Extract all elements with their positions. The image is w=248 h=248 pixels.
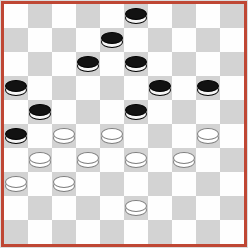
square-r4c0: [4, 100, 28, 124]
square-27[interactable]: [52, 124, 76, 148]
square-r4c6: [148, 100, 172, 124]
white-man[interactable]: [197, 128, 219, 144]
square-7[interactable]: [52, 28, 76, 52]
square-4[interactable]: [172, 4, 196, 28]
square-r1c1: [28, 28, 52, 52]
square-r2c4: [100, 52, 124, 76]
square-r5c5: [124, 124, 148, 148]
square-37[interactable]: [52, 172, 76, 196]
white-man[interactable]: [53, 128, 75, 144]
square-6[interactable]: [4, 28, 28, 52]
board-frame: [0, 0, 248, 248]
square-r9c9: [220, 220, 244, 244]
square-5[interactable]: [220, 4, 244, 28]
square-8[interactable]: [100, 28, 124, 52]
square-22[interactable]: [76, 100, 100, 124]
square-r5c9: [220, 124, 244, 148]
square-1[interactable]: [28, 4, 52, 28]
square-11[interactable]: [28, 52, 52, 76]
square-45[interactable]: [220, 196, 244, 220]
square-r7c9: [220, 172, 244, 196]
square-17[interactable]: [52, 76, 76, 100]
square-r3c7: [172, 76, 196, 100]
square-12[interactable]: [76, 52, 100, 76]
square-r5c7: [172, 124, 196, 148]
square-r7c3: [76, 172, 100, 196]
white-man[interactable]: [173, 152, 195, 168]
square-23[interactable]: [124, 100, 148, 124]
white-man[interactable]: [125, 200, 147, 216]
square-25[interactable]: [220, 100, 244, 124]
square-36[interactable]: [4, 172, 28, 196]
square-r2c2: [52, 52, 76, 76]
black-man[interactable]: [77, 56, 99, 72]
square-r1c5: [124, 28, 148, 52]
white-man[interactable]: [29, 152, 51, 168]
square-r7c5: [124, 172, 148, 196]
square-29[interactable]: [148, 124, 172, 148]
square-r9c3: [76, 220, 100, 244]
square-r4c4: [100, 100, 124, 124]
black-man[interactable]: [5, 128, 27, 144]
square-r1c7: [172, 28, 196, 52]
square-r6c6: [148, 148, 172, 172]
square-47[interactable]: [52, 220, 76, 244]
square-19[interactable]: [148, 76, 172, 100]
square-r4c2: [52, 100, 76, 124]
square-32[interactable]: [76, 148, 100, 172]
square-31[interactable]: [28, 148, 52, 172]
square-15[interactable]: [220, 52, 244, 76]
black-man[interactable]: [5, 80, 27, 96]
black-man[interactable]: [125, 56, 147, 72]
white-man[interactable]: [5, 176, 27, 192]
square-30[interactable]: [196, 124, 220, 148]
square-r5c3: [76, 124, 100, 148]
square-r2c0: [4, 52, 28, 76]
square-3[interactable]: [124, 4, 148, 28]
square-38[interactable]: [100, 172, 124, 196]
square-33[interactable]: [124, 148, 148, 172]
square-r6c0: [4, 148, 28, 172]
white-man[interactable]: [53, 176, 75, 192]
square-r4c8: [196, 100, 220, 124]
square-r0c0: [4, 4, 28, 28]
black-man[interactable]: [29, 104, 51, 120]
square-r6c8: [196, 148, 220, 172]
square-r3c1: [28, 76, 52, 100]
black-man[interactable]: [197, 80, 219, 96]
white-man[interactable]: [125, 152, 147, 168]
square-34[interactable]: [172, 148, 196, 172]
square-r9c7: [172, 220, 196, 244]
square-r8c6: [148, 196, 172, 220]
square-r8c2: [52, 196, 76, 220]
square-r7c1: [28, 172, 52, 196]
square-26[interactable]: [4, 124, 28, 148]
square-50[interactable]: [196, 220, 220, 244]
square-28[interactable]: [100, 124, 124, 148]
square-r1c3: [76, 28, 100, 52]
square-r9c1: [28, 220, 52, 244]
square-r0c8: [196, 4, 220, 28]
square-r1c9: [220, 28, 244, 52]
square-44[interactable]: [172, 196, 196, 220]
white-man[interactable]: [77, 152, 99, 168]
square-9[interactable]: [148, 28, 172, 52]
square-42[interactable]: [76, 196, 100, 220]
square-21[interactable]: [28, 100, 52, 124]
square-49[interactable]: [148, 220, 172, 244]
square-18[interactable]: [100, 76, 124, 100]
square-r5c1: [28, 124, 52, 148]
square-39[interactable]: [148, 172, 172, 196]
white-man[interactable]: [101, 128, 123, 144]
square-14[interactable]: [172, 52, 196, 76]
square-2[interactable]: [76, 4, 100, 28]
square-13[interactable]: [124, 52, 148, 76]
square-r3c5: [124, 76, 148, 100]
square-r8c4: [100, 196, 124, 220]
square-41[interactable]: [28, 196, 52, 220]
draughts-board: [4, 4, 244, 244]
black-man[interactable]: [149, 80, 171, 96]
square-r9c5: [124, 220, 148, 244]
black-man[interactable]: [125, 8, 147, 24]
square-r2c6: [148, 52, 172, 76]
square-r0c2: [52, 4, 76, 28]
black-man[interactable]: [125, 104, 147, 120]
square-r2c8: [196, 52, 220, 76]
square-40[interactable]: [196, 172, 220, 196]
black-man[interactable]: [101, 32, 123, 48]
square-24[interactable]: [172, 100, 196, 124]
square-46[interactable]: [4, 220, 28, 244]
square-43[interactable]: [124, 196, 148, 220]
square-r8c8: [196, 196, 220, 220]
square-r3c9: [220, 76, 244, 100]
square-r0c4: [100, 4, 124, 28]
square-48[interactable]: [100, 220, 124, 244]
square-16[interactable]: [4, 76, 28, 100]
square-r8c0: [4, 196, 28, 220]
square-r0c6: [148, 4, 172, 28]
square-10[interactable]: [196, 28, 220, 52]
square-20[interactable]: [196, 76, 220, 100]
square-r3c3: [76, 76, 100, 100]
square-r7c7: [172, 172, 196, 196]
square-r6c4: [100, 148, 124, 172]
square-35[interactable]: [220, 148, 244, 172]
square-r6c2: [52, 148, 76, 172]
